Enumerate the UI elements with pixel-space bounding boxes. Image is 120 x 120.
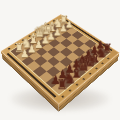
chess-set-photo: ♜♞♝♛♚♝♞♜♟♟♟♟♟♟♟♟♟♟♟♟♟♟♟♟♜♞♝♛♚♝♞♜ <box>0 0 120 120</box>
board-playing-field: ♜♞♝♛♚♝♞♜♟♟♟♟♟♟♟♟♟♟♟♟♟♟♟♟♜♞♝♛♚♝♞♜ <box>9 19 111 96</box>
square-g8: ♞ <box>91 52 104 62</box>
black-pawn: ♟ <box>90 44 100 55</box>
